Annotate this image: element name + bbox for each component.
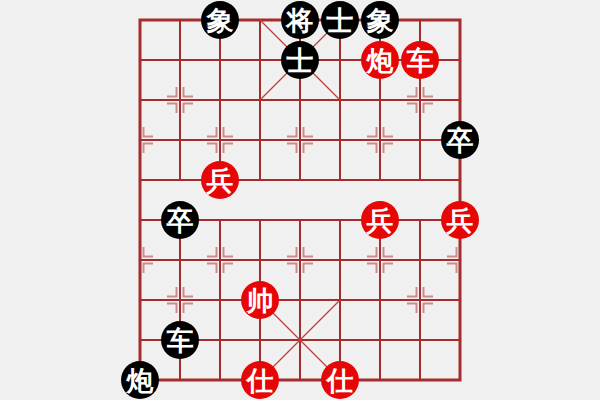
- red-soldier[interactable]: 兵: [201, 161, 239, 199]
- black-elephant[interactable]: 象: [201, 1, 239, 39]
- red-cannon[interactable]: 炮: [361, 41, 399, 79]
- red-general[interactable]: 帅: [241, 281, 279, 319]
- red-advisor[interactable]: 仕: [241, 361, 279, 399]
- black-advisor[interactable]: 士: [281, 41, 319, 79]
- black-elephant[interactable]: 象: [361, 1, 399, 39]
- red-soldier[interactable]: 兵: [361, 201, 399, 239]
- xiangqi-board: 象将士象士炮车卒兵卒兵兵帅车炮仕仕: [0, 0, 600, 400]
- black-soldier[interactable]: 卒: [441, 121, 479, 159]
- black-general[interactable]: 将: [281, 1, 319, 39]
- black-advisor[interactable]: 士: [321, 1, 359, 39]
- xiangqi-app: 象将士象士炮车卒兵卒兵兵帅车炮仕仕: [0, 0, 600, 400]
- red-advisor[interactable]: 仕: [321, 361, 359, 399]
- black-chariot[interactable]: 车: [161, 321, 199, 359]
- red-chariot[interactable]: 车: [401, 41, 439, 79]
- black-cannon[interactable]: 炮: [121, 361, 159, 399]
- black-soldier[interactable]: 卒: [161, 201, 199, 239]
- red-soldier[interactable]: 兵: [441, 201, 479, 239]
- pieces-layer: 象将士象士炮车卒兵卒兵兵帅车炮仕仕: [120, 0, 480, 400]
